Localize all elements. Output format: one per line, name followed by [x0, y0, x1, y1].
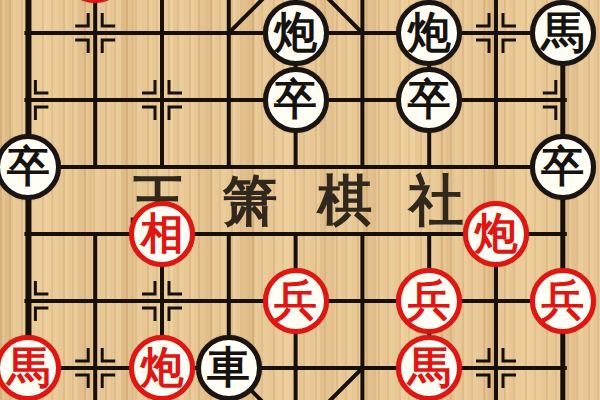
piece-red-soldier[interactable]: 兵 — [263, 268, 329, 334]
piece-red-cannon[interactable]: 炮 — [129, 335, 195, 400]
point-marker — [169, 281, 182, 294]
piece-red-soldier[interactable]: 兵 — [530, 268, 596, 334]
piece-glyph: 炮 — [408, 11, 451, 54]
piece-black-cannon[interactable]: 炮 — [263, 0, 329, 66]
point-marker — [75, 40, 88, 53]
piece-black-soldier[interactable]: 卒 — [530, 134, 596, 200]
river-char: 棋 — [318, 173, 373, 228]
point-marker — [503, 348, 516, 361]
piece-glyph: 馬 — [7, 346, 50, 389]
point-marker — [476, 40, 489, 53]
piece-glyph: 卒 — [274, 78, 317, 121]
palace-diagonal — [330, 368, 362, 400]
point-marker — [142, 308, 155, 321]
piece-glyph: 車 — [207, 346, 250, 389]
piece-black-soldier[interactable]: 卒 — [396, 67, 462, 133]
piece-glyph: 卒 — [541, 145, 584, 188]
point-marker — [102, 13, 115, 26]
point-marker — [543, 80, 556, 93]
piece-red-horse[interactable]: 馬 — [0, 335, 61, 400]
piece-glyph: 兵 — [541, 279, 584, 322]
piece-glyph: 炮 — [274, 11, 317, 54]
piece-glyph: 馬 — [408, 346, 451, 389]
point-marker — [503, 13, 516, 26]
piece-glyph: 兵 — [274, 279, 317, 322]
point-marker — [142, 107, 155, 120]
piece-black-chariot[interactable]: 車 — [196, 335, 262, 400]
piece-black-soldier[interactable]: 卒 — [263, 67, 329, 133]
point-marker — [142, 80, 155, 93]
point-marker — [102, 348, 115, 361]
point-marker — [543, 107, 556, 120]
piece-glyph: 兵 — [408, 279, 451, 322]
piece-glyph: 卒 — [408, 78, 451, 121]
point-marker — [503, 375, 516, 388]
piece-red-elephant[interactable]: 相 — [129, 201, 195, 267]
point-marker — [169, 80, 182, 93]
point-marker — [102, 375, 115, 388]
river-char: 箫 — [223, 173, 278, 228]
piece-glyph: 炮 — [475, 212, 518, 255]
piece-glyph: 卒 — [7, 145, 50, 188]
piece-glyph: 相 — [141, 212, 184, 255]
palace-diagonal — [329, 0, 362, 33]
point-marker — [169, 107, 182, 120]
piece-black-horse[interactable]: 馬 — [530, 0, 596, 66]
point-marker — [476, 13, 489, 26]
point-marker — [35, 308, 48, 321]
piece-red-soldier[interactable]: 兵 — [396, 268, 462, 334]
piece-glyph: 炮 — [141, 346, 184, 389]
point-marker — [35, 107, 48, 120]
piece-red-horse[interactable]: 馬 — [396, 335, 462, 400]
palace-diagonal — [229, 0, 262, 33]
piece-glyph: 馬 — [541, 11, 584, 54]
point-marker — [102, 40, 115, 53]
point-marker — [476, 375, 489, 388]
point-marker — [476, 348, 489, 361]
point-marker — [35, 80, 48, 93]
piece-black-cannon[interactable]: 炮 — [396, 0, 462, 66]
point-marker — [169, 308, 182, 321]
piece-red-cannon[interactable]: 炮 — [463, 201, 529, 267]
xiangqi-board: 王 箫 棋 社 炮炮馬卒卒卒卒相炮兵兵兵馬炮車馬 — [0, 0, 600, 400]
point-marker — [75, 375, 88, 388]
point-marker — [75, 348, 88, 361]
point-marker — [142, 281, 155, 294]
point-marker — [35, 281, 48, 294]
river-char: 社 — [409, 173, 464, 228]
point-marker — [503, 40, 516, 53]
point-marker — [75, 13, 88, 26]
